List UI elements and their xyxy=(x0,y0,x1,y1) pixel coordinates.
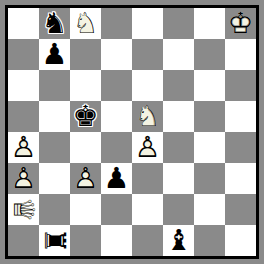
black-king[interactable]: ♚ xyxy=(70,101,101,132)
square-a4[interactable]: ♟♙ xyxy=(8,132,39,163)
pawn-glyph: ♟ xyxy=(101,163,132,194)
square-g2[interactable] xyxy=(194,194,225,225)
square-f8[interactable] xyxy=(163,8,194,39)
square-c4[interactable] xyxy=(70,132,101,163)
square-b1[interactable]: ♜ xyxy=(39,225,70,256)
rook-glyph: ♜ xyxy=(39,225,70,256)
knight-glyph-outline: ♘ xyxy=(70,8,101,39)
square-g8[interactable] xyxy=(194,8,225,39)
square-g6[interactable] xyxy=(194,70,225,101)
square-g3[interactable] xyxy=(194,163,225,194)
square-a3[interactable]: ♟♙ xyxy=(8,163,39,194)
square-d6[interactable] xyxy=(101,70,132,101)
black-knight[interactable]: ♞ xyxy=(39,8,70,39)
square-e3[interactable] xyxy=(132,163,163,194)
square-e6[interactable] xyxy=(132,70,163,101)
king-glyph-outline: ♔ xyxy=(225,8,256,39)
square-g4[interactable] xyxy=(194,132,225,163)
king-glyph: ♚ xyxy=(70,101,101,132)
square-f1[interactable]: ♝ xyxy=(163,225,194,256)
square-h5[interactable] xyxy=(225,101,256,132)
square-f7[interactable] xyxy=(163,39,194,70)
pawn-glyph-outline: ♙ xyxy=(132,132,163,163)
square-b8[interactable]: ♞ xyxy=(39,8,70,39)
square-f5[interactable] xyxy=(163,101,194,132)
white-pawn[interactable]: ♟♙ xyxy=(8,163,39,194)
pawn-glyph-outline: ♙ xyxy=(8,163,39,194)
square-c6[interactable] xyxy=(70,70,101,101)
black-pawn[interactable]: ♟ xyxy=(39,39,70,70)
diagram-frame: ♞♞♘♚♔♟♚♞♘♟♙♟♙♟♙♟♙♟♛♕♜♝ xyxy=(0,0,264,264)
square-g1[interactable] xyxy=(194,225,225,256)
square-h6[interactable] xyxy=(225,70,256,101)
knight-glyph-outline: ♘ xyxy=(132,101,163,132)
square-d5[interactable] xyxy=(101,101,132,132)
square-a7[interactable] xyxy=(8,39,39,70)
square-h8[interactable]: ♚♔ xyxy=(225,8,256,39)
square-c5[interactable]: ♚ xyxy=(70,101,101,132)
square-e8[interactable] xyxy=(132,8,163,39)
knight-glyph: ♞ xyxy=(39,8,70,39)
square-b4[interactable] xyxy=(39,132,70,163)
square-c8[interactable]: ♞♘ xyxy=(70,8,101,39)
square-e2[interactable] xyxy=(132,194,163,225)
square-h7[interactable] xyxy=(225,39,256,70)
square-h2[interactable] xyxy=(225,194,256,225)
white-pawn[interactable]: ♟♙ xyxy=(8,132,39,163)
square-d3[interactable]: ♟ xyxy=(101,163,132,194)
square-h1[interactable] xyxy=(225,225,256,256)
square-f3[interactable] xyxy=(163,163,194,194)
square-b6[interactable] xyxy=(39,70,70,101)
pawn-glyph: ♟ xyxy=(39,39,70,70)
white-pawn[interactable]: ♟♙ xyxy=(70,163,101,194)
chess-board: ♞♞♘♚♔♟♚♞♘♟♙♟♙♟♙♟♙♟♛♕♜♝ xyxy=(5,5,259,259)
square-d1[interactable] xyxy=(101,225,132,256)
pawn-glyph-outline: ♙ xyxy=(70,163,101,194)
square-g7[interactable] xyxy=(194,39,225,70)
bishop-glyph: ♝ xyxy=(163,225,194,256)
square-a1[interactable] xyxy=(8,225,39,256)
square-c7[interactable] xyxy=(70,39,101,70)
square-d4[interactable] xyxy=(101,132,132,163)
square-e1[interactable] xyxy=(132,225,163,256)
square-a2[interactable]: ♛♕ xyxy=(8,194,39,225)
white-knight[interactable]: ♞♘ xyxy=(132,101,163,132)
square-d7[interactable] xyxy=(101,39,132,70)
square-h4[interactable] xyxy=(225,132,256,163)
black-bishop[interactable]: ♝ xyxy=(163,225,194,256)
square-f2[interactable] xyxy=(163,194,194,225)
white-queen-rotated[interactable]: ♛♕ xyxy=(8,194,39,225)
square-b7[interactable]: ♟ xyxy=(39,39,70,70)
square-d2[interactable] xyxy=(101,194,132,225)
white-knight[interactable]: ♞♘ xyxy=(70,8,101,39)
white-pawn[interactable]: ♟♙ xyxy=(132,132,163,163)
square-h3[interactable] xyxy=(225,163,256,194)
square-a5[interactable] xyxy=(8,101,39,132)
square-c3[interactable]: ♟♙ xyxy=(70,163,101,194)
square-b3[interactable] xyxy=(39,163,70,194)
square-e7[interactable] xyxy=(132,39,163,70)
pawn-glyph-outline: ♙ xyxy=(8,132,39,163)
black-rook-rotated[interactable]: ♜ xyxy=(39,225,70,256)
square-b2[interactable] xyxy=(39,194,70,225)
square-c1[interactable] xyxy=(70,225,101,256)
square-f4[interactable] xyxy=(163,132,194,163)
square-a8[interactable] xyxy=(8,8,39,39)
square-d8[interactable] xyxy=(101,8,132,39)
square-b5[interactable] xyxy=(39,101,70,132)
square-c2[interactable] xyxy=(70,194,101,225)
square-a6[interactable] xyxy=(8,70,39,101)
white-king[interactable]: ♚♔ xyxy=(225,8,256,39)
black-pawn[interactable]: ♟ xyxy=(101,163,132,194)
square-f6[interactable] xyxy=(163,70,194,101)
square-e4[interactable]: ♟♙ xyxy=(132,132,163,163)
square-e5[interactable]: ♞♘ xyxy=(132,101,163,132)
square-g5[interactable] xyxy=(194,101,225,132)
queen-glyph-outline: ♕ xyxy=(8,194,39,225)
